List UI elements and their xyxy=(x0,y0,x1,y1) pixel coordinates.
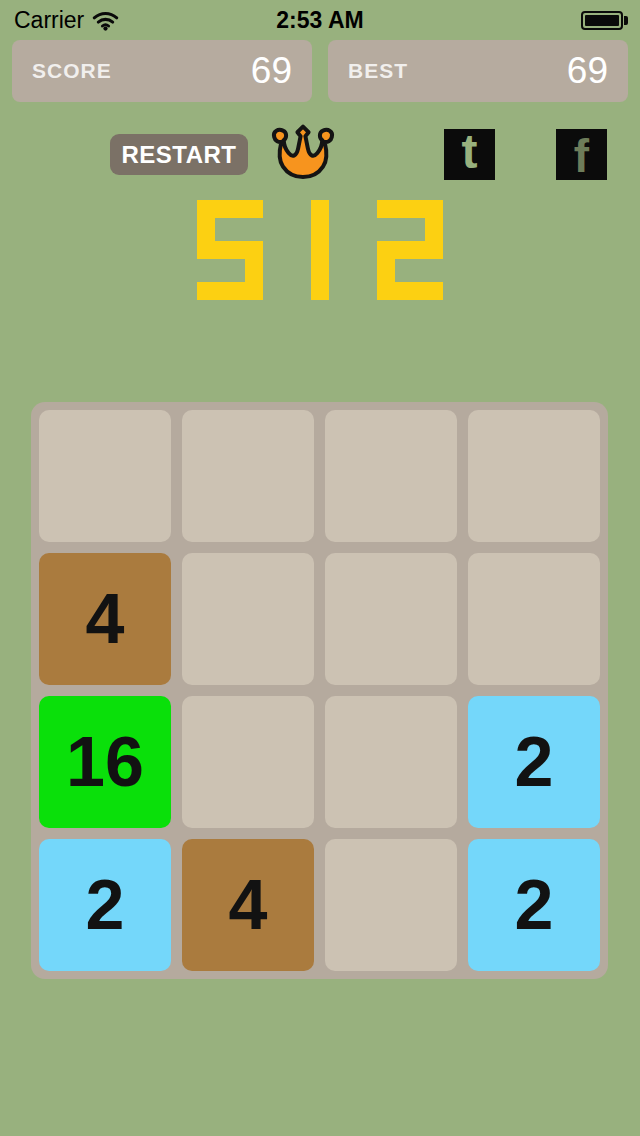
restart-label: RESTART xyxy=(121,141,236,169)
app-screen: { "game": "512 (2048-style sliding tile … xyxy=(0,0,640,1136)
logo-512 xyxy=(0,200,640,300)
cell-r0c0 xyxy=(39,410,171,542)
twitter-icon: t xyxy=(462,128,478,176)
cell-r1c1 xyxy=(182,553,314,685)
facebook-share-button[interactable]: f xyxy=(556,129,607,180)
logo-digit-5 xyxy=(197,200,263,300)
cell-r0c2 xyxy=(325,410,457,542)
best-label: BEST xyxy=(348,59,408,83)
cell-r1c3 xyxy=(468,553,600,685)
restart-button[interactable]: RESTART xyxy=(110,134,248,175)
cell-r2c1 xyxy=(182,696,314,828)
score-box: SCORE 69 xyxy=(12,40,312,102)
tile-4: 4 xyxy=(182,839,314,971)
cell-r0c1 xyxy=(182,410,314,542)
battery-icon xyxy=(581,11,628,30)
board-grid[interactable]: 4162242 xyxy=(39,410,600,971)
crown-leaderboard-icon[interactable] xyxy=(263,120,343,186)
game-board: 4162242 xyxy=(31,402,608,979)
facebook-icon: f xyxy=(574,133,589,179)
tile-2: 2 xyxy=(468,839,600,971)
score-panel: SCORE 69 BEST 69 xyxy=(12,40,628,102)
tile-16: 16 xyxy=(39,696,171,828)
cell-r2c2 xyxy=(325,696,457,828)
cell-r3c2 xyxy=(325,839,457,971)
score-value: 69 xyxy=(251,50,292,92)
tile-2: 2 xyxy=(468,696,600,828)
tile-2: 2 xyxy=(39,839,171,971)
twitter-share-button[interactable]: t xyxy=(444,129,495,180)
cell-r0c3 xyxy=(468,410,600,542)
best-box: BEST 69 xyxy=(328,40,628,102)
logo-digit-1 xyxy=(311,200,329,300)
status-bar: Carrier 2:53 AM xyxy=(0,0,640,40)
logo-digit-2 xyxy=(377,200,443,300)
status-time: 2:53 AM xyxy=(0,0,640,40)
cell-r1c2 xyxy=(325,553,457,685)
best-value: 69 xyxy=(567,50,608,92)
score-label: SCORE xyxy=(32,59,112,83)
tile-4: 4 xyxy=(39,553,171,685)
